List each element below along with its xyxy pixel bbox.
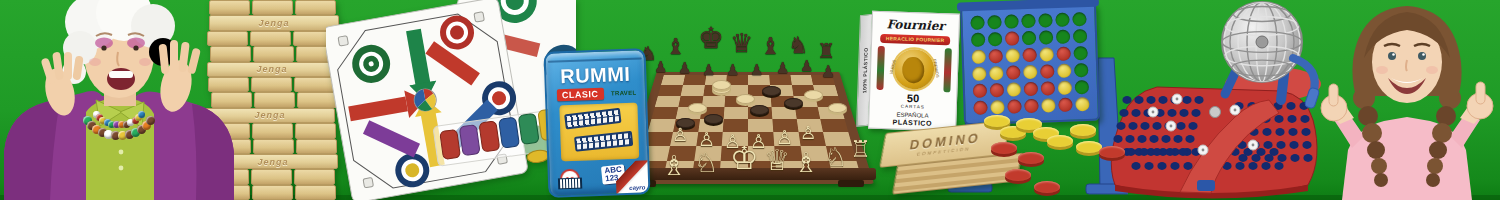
c4-cell <box>987 15 1001 29</box>
c4-cell <box>1041 98 1055 112</box>
c4-cell <box>1004 14 1018 28</box>
jenga-block <box>252 185 293 200</box>
blush <box>89 58 101 66</box>
checkers-disc <box>736 94 755 104</box>
barcode <box>558 178 582 190</box>
bingo-hole <box>1122 96 1131 104</box>
eye-glint <box>1392 53 1395 56</box>
rummi-edition: TRAVEL <box>611 90 637 97</box>
tile-rack <box>574 131 633 152</box>
c4-cell <box>990 100 1004 114</box>
bingo-hole <box>1131 109 1140 117</box>
c4-cell <box>1024 99 1038 113</box>
blush <box>1376 66 1388 74</box>
chess-piece: ♗ <box>794 149 818 176</box>
chess-piece: ♘ <box>694 149 718 176</box>
bingo-hole <box>1161 135 1170 143</box>
checkers-disc <box>828 103 847 113</box>
ball-number-mark <box>1176 98 1179 101</box>
c4-cell <box>1007 82 1021 96</box>
ball-number-mark <box>1202 149 1205 152</box>
chess-piece: ♟ <box>750 63 763 78</box>
bingo-hole <box>1263 141 1272 149</box>
chess-piece: ♛ <box>730 30 753 56</box>
bingo-hole <box>1274 115 1283 123</box>
c4-cell <box>1041 81 1055 95</box>
c4-cell <box>1039 30 1053 44</box>
pink-shirt <box>1342 117 1472 200</box>
jenga-block <box>251 169 292 184</box>
c4-cell <box>970 16 984 30</box>
jenga-block <box>253 46 294 61</box>
medallion-profile <box>902 57 925 84</box>
jenga-block <box>251 77 292 92</box>
chess-piece: ♙ <box>672 126 688 144</box>
bingo-hole <box>1158 96 1167 104</box>
bingo-hole <box>1116 122 1125 130</box>
c4-cell <box>1022 31 1036 45</box>
bingo-hole <box>1262 128 1271 136</box>
bingo-hole <box>1110 148 1119 156</box>
c4-cell <box>1058 98 1072 112</box>
button <box>119 150 124 155</box>
bingo-hole <box>1152 148 1161 156</box>
bingo-hole <box>1128 122 1137 130</box>
c4-cell <box>1039 47 1053 61</box>
bingo-hole <box>1126 148 1135 156</box>
chess-piece: ♕ <box>764 146 790 175</box>
bingo-hole <box>1248 162 1257 170</box>
rummi-title: RUMMI <box>546 62 645 88</box>
c4-cell <box>1055 13 1069 27</box>
girl-photo <box>1312 0 1500 200</box>
jenga-block <box>252 0 293 15</box>
c4-cell <box>972 67 986 81</box>
grandmother-photo <box>0 0 242 200</box>
fournier-logo: Fournier <box>872 17 958 34</box>
cayro-logo: cayro <box>629 184 645 191</box>
rummi-subtitle: CLASIC <box>557 88 604 102</box>
bingo-hole <box>1261 162 1270 170</box>
c4-cell <box>973 101 987 115</box>
chess-piece: ♟ <box>702 63 715 78</box>
bingo-hole <box>1288 128 1297 136</box>
bingo-hole <box>1170 162 1179 170</box>
bingo-hole <box>1300 115 1309 123</box>
bingo-set <box>1085 0 1333 200</box>
c4-cell <box>988 49 1002 63</box>
bingo-hole <box>1277 154 1286 162</box>
c4-cell <box>1005 31 1019 45</box>
bingo-hole <box>1131 162 1140 170</box>
chess-set: ♞♝♚♛♝♞♜♟♟♟♟♟♟♟♟♙♙♙♙♙♙♖♗♘♔♕♗♘♖ <box>616 8 884 194</box>
checkers-disc <box>750 105 769 115</box>
c4-cell <box>1040 64 1054 78</box>
bingo-hole <box>1194 96 1203 104</box>
bingo-hole <box>1179 109 1188 117</box>
bingo-hole <box>1167 109 1176 117</box>
chess-piece: ♟ <box>776 61 789 76</box>
bingo-hole <box>1182 96 1191 104</box>
bingo-hole <box>1274 162 1283 170</box>
chess-piece: ♟ <box>678 61 691 76</box>
bingo-hole <box>1287 115 1296 123</box>
heraclio-banner: HERACLIO FOURNIER <box>880 34 950 45</box>
c4-cell <box>1056 47 1070 61</box>
checkers-disc <box>712 80 731 90</box>
eye <box>1418 52 1426 60</box>
bingo-hole <box>1176 122 1185 130</box>
ball-number-mark <box>1234 109 1237 112</box>
front-latch <box>1197 180 1215 191</box>
chess-piece: ♟ <box>821 64 835 80</box>
jenga-block <box>252 123 293 138</box>
ball-cage <box>1222 2 1302 82</box>
chess-piece: ♞ <box>788 34 809 57</box>
jenga-brand-text: Jenga <box>257 157 288 167</box>
bingo-hole <box>1235 162 1244 170</box>
button <box>119 166 124 171</box>
c4-cell <box>990 83 1004 97</box>
domino-box: DOMINO COMPETICION <box>881 119 1028 200</box>
chess-piece: ♝ <box>666 36 686 58</box>
bingo-hole <box>1188 122 1197 130</box>
chess-piece: ♜ <box>817 41 836 62</box>
cage-hub <box>1256 36 1268 48</box>
chess-piece: ♟ <box>726 63 739 78</box>
bingo-hole <box>1276 141 1285 149</box>
bingo-hole <box>1178 148 1187 156</box>
c4-cell <box>971 33 985 47</box>
bingo-hole <box>1157 162 1166 170</box>
jenga-brand-text: Jenga <box>258 18 289 28</box>
cardigan-shadow2 <box>192 104 234 200</box>
chess-piece: ♖ <box>850 138 871 161</box>
connect-four-grid <box>960 2 1100 126</box>
eye <box>101 45 106 50</box>
c4-cell <box>1057 64 1071 78</box>
bingo-hole <box>1286 102 1295 110</box>
bingo-hole <box>1275 128 1284 136</box>
bingo-hole <box>1173 135 1182 143</box>
chess-piece: ♔ <box>730 142 759 174</box>
checkers-disc <box>704 114 723 124</box>
bingo-hole <box>1149 135 1158 143</box>
rummi-tin: RUMMI CLASIC TRAVEL 12 ABC 123 cayro <box>543 48 650 197</box>
bingo-hole <box>1301 128 1310 136</box>
teeth <box>109 71 133 78</box>
eye <box>133 45 138 50</box>
blush <box>1426 66 1438 74</box>
checkers-disc <box>688 103 707 113</box>
jenga-brand-text: Jenga <box>256 64 287 74</box>
c4-cell <box>1022 48 1036 62</box>
ball-number-mark <box>1170 125 1173 128</box>
bingo-hole <box>1144 162 1153 170</box>
tile-rack <box>564 108 621 130</box>
right-fist-thumb-up <box>1467 82 1493 119</box>
metal-ball <box>1210 107 1221 118</box>
bingo-hole <box>1113 135 1122 143</box>
bingo-hole <box>1140 122 1149 130</box>
blush <box>139 58 151 66</box>
c4-cell <box>1038 13 1052 27</box>
bingo-hole <box>1256 148 1265 156</box>
ball-number-mark <box>1252 144 1255 147</box>
bingo-hole <box>1134 96 1143 104</box>
c4-cell <box>973 84 987 98</box>
chess-piece: ♗ <box>662 152 686 179</box>
bingo-hole <box>1303 154 1312 162</box>
bingo-hole <box>1183 162 1192 170</box>
chess-piece: ♟ <box>800 59 813 74</box>
jenga-block <box>254 92 295 107</box>
c4-cell <box>1056 30 1070 44</box>
bingo-hole <box>1137 135 1146 143</box>
nose <box>1406 60 1407 71</box>
eye-glint <box>1422 53 1425 56</box>
chess-piece: ♙ <box>800 124 816 142</box>
c4-cell <box>1058 81 1072 95</box>
bingo-hole <box>1139 148 1148 156</box>
banner: JengaJengaJengaJenga <box>0 0 1500 200</box>
c4-cell <box>971 50 985 64</box>
bingo-hole <box>1269 148 1278 156</box>
checkers-disc <box>784 98 803 108</box>
ball-number-mark <box>1152 111 1155 114</box>
main-board <box>326 0 529 200</box>
bingo-hole <box>1302 141 1311 149</box>
c4-cell <box>1021 14 1035 28</box>
eye <box>1388 52 1396 60</box>
c4-cell <box>989 66 1003 80</box>
c4-cell <box>1023 65 1037 79</box>
chess-pieces-layer: ♞♝♚♛♝♞♜♟♟♟♟♟♟♟♟♙♙♙♙♙♙♖♗♘♔♕♗♘♖ <box>616 8 884 194</box>
right-hand <box>156 40 201 115</box>
c4-cell <box>1006 65 1020 79</box>
bingo-hole <box>1146 96 1155 104</box>
chess-piece: ♝ <box>760 35 781 58</box>
c4-cell <box>988 32 1002 46</box>
bingo-hole <box>1152 122 1161 130</box>
bingo-hole <box>1125 135 1134 143</box>
checkers-disc <box>762 86 781 96</box>
rummi-artwork-panel <box>559 103 639 162</box>
button <box>119 134 124 139</box>
checkers-disc <box>804 90 823 100</box>
c4-cell <box>1007 99 1021 113</box>
c4-cell <box>1005 48 1019 62</box>
parcheesi-board <box>326 0 576 200</box>
bingo-hole <box>1119 109 1128 117</box>
bingo-hole <box>1165 148 1174 156</box>
bingo-hole <box>1289 141 1298 149</box>
chess-piece: ♚ <box>698 24 724 53</box>
jenga-block <box>253 139 294 154</box>
bingo-hole <box>1185 135 1194 143</box>
jenga-block <box>250 31 291 46</box>
bingo-hole <box>1290 154 1299 162</box>
jenga-brand-text: Jenga <box>254 110 285 120</box>
chess-piece: ♘ <box>824 144 847 170</box>
chess-piece: ♟ <box>654 60 667 75</box>
bingo-hole <box>1191 109 1200 117</box>
c4-cell <box>1024 82 1038 96</box>
